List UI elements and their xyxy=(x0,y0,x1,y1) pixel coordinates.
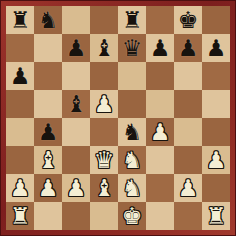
black-knight-icon[interactable]: ♞ xyxy=(38,6,59,34)
white-pawn-icon[interactable]: ♟ xyxy=(94,90,115,118)
black-pawn-icon[interactable]: ♟ xyxy=(66,34,87,62)
square-h6[interactable] xyxy=(202,62,230,90)
square-d1[interactable] xyxy=(90,202,118,230)
square-h7[interactable]: ♟ xyxy=(202,34,230,62)
square-b7[interactable] xyxy=(34,34,62,62)
square-g6[interactable] xyxy=(174,62,202,90)
square-g3[interactable] xyxy=(174,146,202,174)
square-d5[interactable]: ♟ xyxy=(90,90,118,118)
square-b4[interactable]: ♟ xyxy=(34,118,62,146)
square-d6[interactable] xyxy=(90,62,118,90)
square-h2[interactable] xyxy=(202,174,230,202)
black-pawn-icon[interactable]: ♟ xyxy=(38,118,59,146)
square-d3[interactable]: ♛ xyxy=(90,146,118,174)
square-e5[interactable] xyxy=(118,90,146,118)
square-f2[interactable] xyxy=(146,174,174,202)
square-f1[interactable] xyxy=(146,202,174,230)
square-h4[interactable] xyxy=(202,118,230,146)
square-f7[interactable]: ♟ xyxy=(146,34,174,62)
square-c4[interactable] xyxy=(62,118,90,146)
black-pawn-icon[interactable]: ♟ xyxy=(150,34,171,62)
square-d7[interactable]: ♝ xyxy=(90,34,118,62)
square-c8[interactable] xyxy=(62,6,90,34)
white-king-icon[interactable]: ♚ xyxy=(122,202,143,230)
square-a6[interactable]: ♟ xyxy=(6,62,34,90)
square-b2[interactable]: ♟ xyxy=(34,174,62,202)
square-e6[interactable] xyxy=(118,62,146,90)
square-d4[interactable] xyxy=(90,118,118,146)
white-pawn-icon[interactable]: ♟ xyxy=(38,174,59,202)
black-knight-icon[interactable]: ♞ xyxy=(122,118,143,146)
white-pawn-icon[interactable]: ♟ xyxy=(10,174,31,202)
square-g2[interactable]: ♟ xyxy=(174,174,202,202)
square-f3[interactable] xyxy=(146,146,174,174)
square-e2[interactable]: ♞ xyxy=(118,174,146,202)
square-b8[interactable]: ♞ xyxy=(34,6,62,34)
square-c6[interactable] xyxy=(62,62,90,90)
square-a1[interactable]: ♜ xyxy=(6,202,34,230)
chessboard: ♜♞♜♚♟♝♛♟♟♟♟♝♟♟♞♟♝♛♞♟♟♟♟♝♞♟♜♚♜ xyxy=(6,6,230,230)
black-pawn-icon[interactable]: ♟ xyxy=(178,34,199,62)
white-pawn-icon[interactable]: ♟ xyxy=(178,174,199,202)
white-bishop-icon[interactable]: ♝ xyxy=(94,174,115,202)
square-e4[interactable]: ♞ xyxy=(118,118,146,146)
white-knight-icon[interactable]: ♞ xyxy=(122,174,143,202)
square-h1[interactable]: ♜ xyxy=(202,202,230,230)
square-f4[interactable]: ♟ xyxy=(146,118,174,146)
white-rook-icon[interactable]: ♜ xyxy=(206,202,227,230)
black-queen-icon[interactable]: ♛ xyxy=(122,34,143,62)
square-g4[interactable] xyxy=(174,118,202,146)
square-a5[interactable] xyxy=(6,90,34,118)
square-a4[interactable] xyxy=(6,118,34,146)
square-h3[interactable]: ♟ xyxy=(202,146,230,174)
square-c7[interactable]: ♟ xyxy=(62,34,90,62)
square-c1[interactable] xyxy=(62,202,90,230)
white-rook-icon[interactable]: ♜ xyxy=(10,202,31,230)
white-bishop-icon[interactable]: ♝ xyxy=(38,146,59,174)
square-h8[interactable] xyxy=(202,6,230,34)
square-g1[interactable] xyxy=(174,202,202,230)
square-a3[interactable] xyxy=(6,146,34,174)
square-a7[interactable] xyxy=(6,34,34,62)
square-f6[interactable] xyxy=(146,62,174,90)
square-b3[interactable]: ♝ xyxy=(34,146,62,174)
black-king-icon[interactable]: ♚ xyxy=(178,6,199,34)
square-a8[interactable]: ♜ xyxy=(6,6,34,34)
square-g8[interactable]: ♚ xyxy=(174,6,202,34)
black-pawn-icon[interactable]: ♟ xyxy=(10,62,31,90)
board-frame: ♜♞♜♚♟♝♛♟♟♟♟♝♟♟♞♟♝♛♞♟♟♟♟♝♞♟♜♚♜ xyxy=(0,0,236,236)
black-bishop-icon[interactable]: ♝ xyxy=(66,90,87,118)
white-knight-icon[interactable]: ♞ xyxy=(122,146,143,174)
white-pawn-icon[interactable]: ♟ xyxy=(66,174,87,202)
white-pawn-icon[interactable]: ♟ xyxy=(150,118,171,146)
square-e1[interactable]: ♚ xyxy=(118,202,146,230)
square-c3[interactable] xyxy=(62,146,90,174)
square-a2[interactable]: ♟ xyxy=(6,174,34,202)
black-rook-icon[interactable]: ♜ xyxy=(122,6,143,34)
square-e7[interactable]: ♛ xyxy=(118,34,146,62)
square-c2[interactable]: ♟ xyxy=(62,174,90,202)
black-pawn-icon[interactable]: ♟ xyxy=(206,34,227,62)
square-f8[interactable] xyxy=(146,6,174,34)
square-g7[interactable]: ♟ xyxy=(174,34,202,62)
square-b5[interactable] xyxy=(34,90,62,118)
square-d8[interactable] xyxy=(90,6,118,34)
square-e3[interactable]: ♞ xyxy=(118,146,146,174)
square-d2[interactable]: ♝ xyxy=(90,174,118,202)
square-b1[interactable] xyxy=(34,202,62,230)
white-pawn-icon[interactable]: ♟ xyxy=(206,146,227,174)
black-rook-icon[interactable]: ♜ xyxy=(10,6,31,34)
square-f5[interactable] xyxy=(146,90,174,118)
square-g5[interactable] xyxy=(174,90,202,118)
square-c5[interactable]: ♝ xyxy=(62,90,90,118)
black-bishop-icon[interactable]: ♝ xyxy=(94,34,115,62)
square-e8[interactable]: ♜ xyxy=(118,6,146,34)
square-h5[interactable] xyxy=(202,90,230,118)
square-b6[interactable] xyxy=(34,62,62,90)
white-queen-icon[interactable]: ♛ xyxy=(94,146,115,174)
